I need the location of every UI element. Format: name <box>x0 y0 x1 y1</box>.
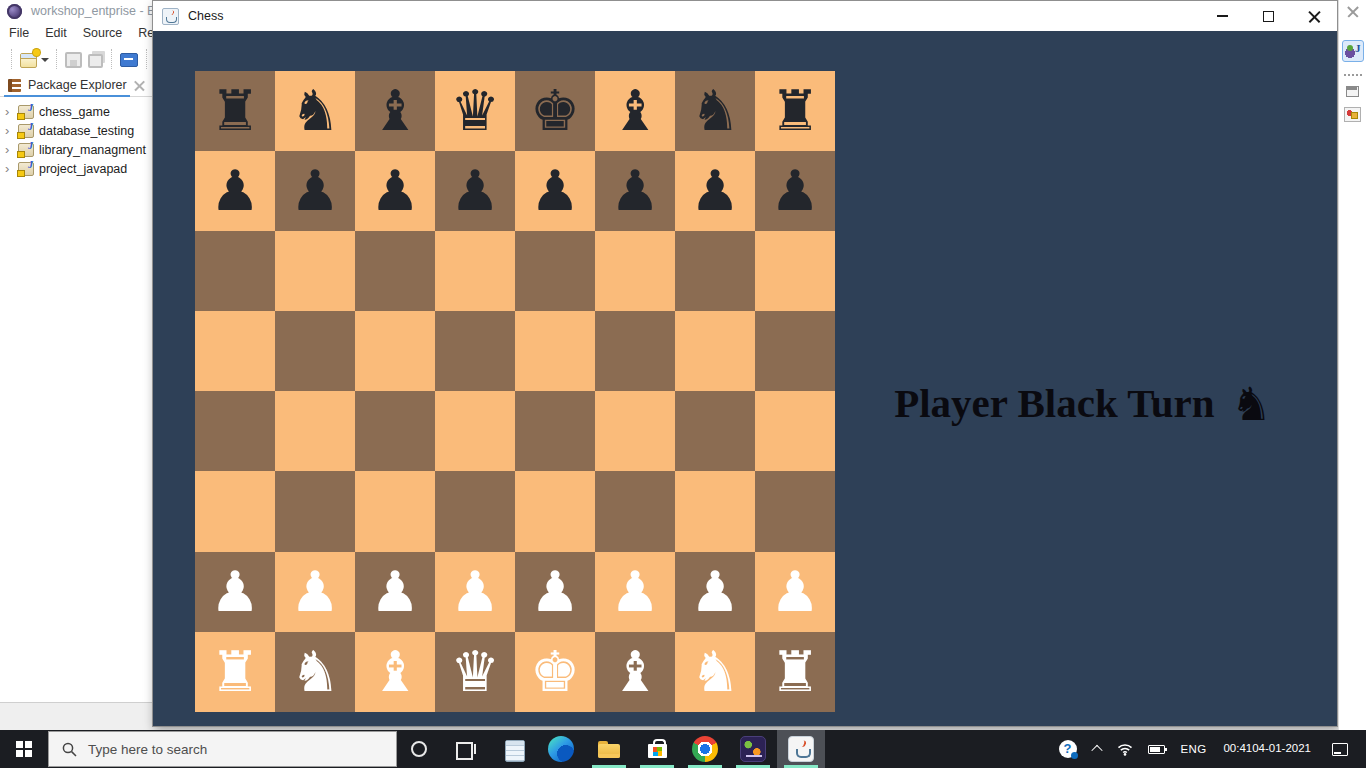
square-g7[interactable]: ♟ <box>675 151 755 231</box>
get-help-icon[interactable] <box>1059 740 1077 758</box>
square-g5[interactable] <box>675 311 755 391</box>
black-rook: ♜ <box>210 83 260 139</box>
square-h4[interactable] <box>755 391 835 471</box>
black-pawn: ♟ <box>370 163 420 219</box>
project-label: database_testing <box>39 124 134 138</box>
square-b3[interactable] <box>275 471 355 551</box>
black-pawn: ♟ <box>210 163 260 219</box>
square-a1[interactable]: ♜ <box>195 632 275 712</box>
language-indicator[interactable]: ENG <box>1181 743 1207 755</box>
save-icon[interactable] <box>65 52 82 68</box>
project-project_javapad[interactable]: ›project_javapad <box>5 159 152 178</box>
square-c4[interactable] <box>355 391 435 471</box>
white-rook: ♜ <box>210 644 260 700</box>
project-label: library_managment <box>39 143 146 157</box>
black-pawn: ♟ <box>450 163 500 219</box>
system-tray: ENG 00:41 04-01-2021 <box>1052 730 1366 768</box>
maximize-icon <box>1263 11 1274 22</box>
square-e3[interactable] <box>515 471 595 551</box>
menu-source[interactable]: Source <box>83 26 123 40</box>
java-project-icon <box>18 105 34 119</box>
microsoft-store-icon <box>644 736 670 762</box>
desktop: workshop_entprise - Ecli FileEditSourceR… <box>0 0 1366 768</box>
white-bishop: ♝ <box>370 644 420 700</box>
square-a2[interactable]: ♟ <box>195 552 275 632</box>
close-button[interactable] <box>1291 1 1337 31</box>
square-f7[interactable]: ♟ <box>595 151 675 231</box>
project-label: project_javapad <box>39 162 127 176</box>
windows-logo-icon <box>16 741 32 757</box>
black-pawn: ♟ <box>690 163 740 219</box>
cortana-button[interactable] <box>397 730 441 768</box>
square-g2[interactable]: ♟ <box>675 552 755 632</box>
square-d1[interactable]: ♛ <box>435 632 515 712</box>
clock[interactable]: 00:41 04-01-2021 <box>1223 741 1311 757</box>
notepad-icon <box>505 740 525 762</box>
project-chess_game[interactable]: ›chess_game <box>5 102 152 121</box>
java-perspective-icon[interactable] <box>1342 40 1364 62</box>
square-c1[interactable]: ♝ <box>355 632 435 712</box>
white-queen: ♛ <box>450 644 500 700</box>
clock-time: 00:41 <box>1223 741 1252 757</box>
square-a6[interactable] <box>195 231 275 311</box>
square-b4[interactable] <box>275 391 355 471</box>
project-label: chess_game <box>39 105 110 119</box>
eclipse-logo-icon <box>7 4 22 19</box>
square-d2[interactable]: ♟ <box>435 552 515 632</box>
square-f5[interactable] <box>595 311 675 391</box>
square-e7[interactable]: ♟ <box>515 151 595 231</box>
square-h1[interactable]: ♜ <box>755 632 835 712</box>
white-pawn: ♟ <box>530 564 580 620</box>
search-box[interactable]: Type here to search <box>48 731 397 767</box>
java-project-icon <box>18 162 34 176</box>
menu-edit[interactable]: Edit <box>45 26 67 40</box>
square-b1[interactable]: ♞ <box>275 632 355 712</box>
white-knight: ♞ <box>690 644 740 700</box>
dots-icon <box>1344 74 1362 76</box>
square-d5[interactable] <box>435 311 515 391</box>
black-knight-icon: ♞ <box>1231 381 1272 427</box>
square-e8[interactable]: ♚ <box>515 71 595 151</box>
taskbar-microsoft-store[interactable] <box>633 730 681 768</box>
eclipse-perspective-bar <box>1338 0 1366 730</box>
square-g1[interactable]: ♞ <box>675 632 755 712</box>
black-queen: ♛ <box>450 83 500 139</box>
taskbar-java-chess-app[interactable] <box>777 730 825 768</box>
white-pawn: ♟ <box>610 564 660 620</box>
square-g3[interactable] <box>675 471 755 551</box>
expand-chevron-icon[interactable]: › <box>5 105 13 118</box>
project-library_managment[interactable]: ›library_managment <box>5 140 152 159</box>
black-pawn: ♟ <box>610 163 660 219</box>
square-c6[interactable] <box>355 231 435 311</box>
square-c5[interactable] <box>355 311 435 391</box>
square-f4[interactable] <box>595 391 675 471</box>
save-all-icon[interactable] <box>88 54 103 68</box>
white-pawn: ♟ <box>770 564 820 620</box>
square-b2[interactable]: ♟ <box>275 552 355 632</box>
battery-icon[interactable] <box>1148 745 1165 754</box>
square-f6[interactable] <box>595 231 675 311</box>
action-center-icon[interactable] <box>1332 743 1348 756</box>
close-icon[interactable] <box>1347 6 1359 18</box>
clock-date: 04-01-2021 <box>1252 741 1311 757</box>
taskbar-edge[interactable] <box>537 730 585 768</box>
square-g4[interactable] <box>675 391 755 471</box>
white-bishop: ♝ <box>610 644 660 700</box>
square-f8[interactable]: ♝ <box>595 71 675 151</box>
square-g8[interactable]: ♞ <box>675 71 755 151</box>
search-icon <box>62 742 77 757</box>
taskbar-eclipse-ide[interactable] <box>729 730 777 768</box>
restore-icon[interactable] <box>1346 86 1359 97</box>
window-controls <box>1199 1 1337 31</box>
search-placeholder: Type here to search <box>88 742 207 757</box>
square-c7[interactable]: ♟ <box>355 151 435 231</box>
square-h6[interactable] <box>755 231 835 311</box>
open-console-icon[interactable] <box>120 53 138 67</box>
minimize-button[interactable] <box>1199 1 1245 31</box>
eclipse-ide-icon <box>740 736 766 762</box>
package-explorer-icon <box>8 79 21 92</box>
java-app-icon <box>162 8 179 25</box>
square-a8[interactable]: ♜ <box>195 71 275 151</box>
expand-chevron-icon[interactable]: › <box>5 143 13 156</box>
taskbar-task-view[interactable] <box>441 730 489 768</box>
square-b5[interactable] <box>275 311 355 391</box>
task-view-icon <box>452 736 478 762</box>
new-wizard-icon[interactable] <box>20 53 37 68</box>
black-pawn: ♟ <box>770 163 820 219</box>
square-h7[interactable]: ♟ <box>755 151 835 231</box>
maximize-button[interactable] <box>1245 1 1291 31</box>
black-pawn: ♟ <box>290 163 340 219</box>
turn-indicator: Player Black Turn ♞ <box>835 361 1331 445</box>
taskbar-notepad[interactable] <box>489 730 537 768</box>
dropdown-arrow-icon[interactable] <box>41 58 49 62</box>
chess-window-title: Chess <box>188 9 223 23</box>
square-h5[interactable] <box>755 311 835 391</box>
square-f2[interactable]: ♟ <box>595 552 675 632</box>
expand-chevron-icon[interactable]: › <box>5 124 13 137</box>
expand-chevron-icon[interactable]: › <box>5 162 13 175</box>
taskbar-file-explorer[interactable] <box>585 730 633 768</box>
turn-text: Player Black Turn <box>894 379 1214 427</box>
square-d3[interactable] <box>435 471 515 551</box>
square-d7[interactable]: ♟ <box>435 151 515 231</box>
square-a7[interactable]: ♟ <box>195 151 275 231</box>
square-h3[interactable] <box>755 471 835 551</box>
black-pawn: ♟ <box>530 163 580 219</box>
square-b6[interactable] <box>275 231 355 311</box>
menu-file[interactable]: File <box>9 26 29 40</box>
chess-titlebar[interactable]: Chess <box>153 1 1337 31</box>
cortana-icon <box>411 741 427 757</box>
square-h2[interactable]: ♟ <box>755 552 835 632</box>
close-tab-icon[interactable] <box>134 80 145 91</box>
chrome-icon <box>692 736 718 762</box>
square-a3[interactable] <box>195 471 275 551</box>
white-pawn: ♟ <box>290 564 340 620</box>
tray-chevron-up-icon[interactable] <box>1091 745 1102 756</box>
black-rook: ♜ <box>770 83 820 139</box>
black-knight: ♞ <box>690 83 740 139</box>
white-pawn: ♟ <box>210 564 260 620</box>
square-e1[interactable]: ♚ <box>515 632 595 712</box>
square-e5[interactable] <box>515 311 595 391</box>
square-d6[interactable] <box>435 231 515 311</box>
black-king: ♚ <box>530 83 580 139</box>
taskbar: Type here to search ENG 00:41 04-01-2021 <box>0 730 1366 768</box>
square-h8[interactable]: ♜ <box>755 71 835 151</box>
black-knight: ♞ <box>290 83 340 139</box>
file-explorer-icon <box>596 737 622 763</box>
square-f1[interactable]: ♝ <box>595 632 675 712</box>
white-pawn: ♟ <box>690 564 740 620</box>
black-bishop: ♝ <box>370 83 420 139</box>
square-c8[interactable]: ♝ <box>355 71 435 151</box>
project-database_testing[interactable]: ›database_testing <box>5 121 152 140</box>
square-c3[interactable] <box>355 471 435 551</box>
square-c2[interactable]: ♟ <box>355 552 435 632</box>
wifi-icon[interactable] <box>1117 743 1133 756</box>
square-d8[interactable]: ♛ <box>435 71 515 151</box>
square-a5[interactable] <box>195 311 275 391</box>
white-pawn: ♟ <box>450 564 500 620</box>
white-king: ♚ <box>530 644 580 700</box>
start-button[interactable] <box>0 730 48 768</box>
black-bishop: ♝ <box>610 83 660 139</box>
package-explorer-tab[interactable]: Package Explorer <box>0 74 152 97</box>
square-e4[interactable] <box>515 391 595 471</box>
white-knight: ♞ <box>290 644 340 700</box>
package-explorer-tab-label: Package Explorer <box>28 78 127 92</box>
package-explorer-tree: ›chess_game›database_testing›library_man… <box>0 97 152 178</box>
minimize-icon <box>1217 15 1228 17</box>
white-rook: ♜ <box>770 644 820 700</box>
square-f3[interactable] <box>595 471 675 551</box>
taskbar-chrome[interactable] <box>681 730 729 768</box>
square-a4[interactable] <box>195 391 275 471</box>
edge-icon <box>548 736 574 762</box>
close-icon <box>1308 10 1321 23</box>
square-b7[interactable]: ♟ <box>275 151 355 231</box>
chess-board: ♜♞♝♛♚♝♞♜♟♟♟♟♟♟♟♟♟♟♟♟♟♟♟♟♜♞♝♛♚♝♞♜ <box>195 71 835 712</box>
eclipse-window-title: workshop_entprise - Ecli <box>31 4 167 18</box>
square-d4[interactable] <box>435 391 515 471</box>
square-e6[interactable] <box>515 231 595 311</box>
java-project-icon <box>18 143 34 157</box>
white-pawn: ♟ <box>370 564 420 620</box>
square-g6[interactable] <box>675 231 755 311</box>
chess-window: Chess ♜♞♝♛♚♝♞♜♟♟♟♟♟♟♟♟♟♟♟♟♟♟♟♟♜♞♝♛♚♝♞♜ P… <box>152 0 1338 727</box>
java-project-icon <box>18 124 34 138</box>
debug-perspective-icon[interactable] <box>1344 107 1361 122</box>
square-e2[interactable]: ♟ <box>515 552 595 632</box>
taskbar-apps <box>441 730 825 768</box>
square-b8[interactable]: ♞ <box>275 71 355 151</box>
java-chess-app-icon <box>788 736 814 762</box>
